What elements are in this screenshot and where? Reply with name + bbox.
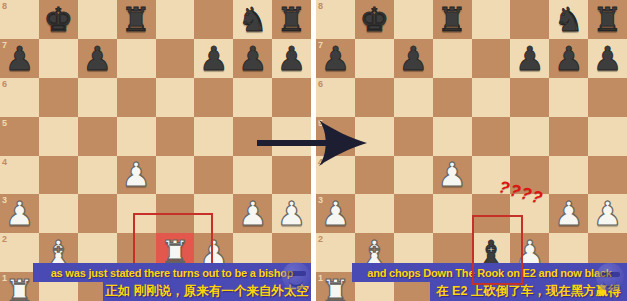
square-f6 xyxy=(194,78,233,117)
square-d5 xyxy=(433,117,472,156)
square-c5 xyxy=(394,117,433,156)
square-b4 xyxy=(39,156,78,195)
square-f8 xyxy=(510,0,549,39)
square-d7 xyxy=(433,39,472,78)
piece-black-pawn-h7: ♟ xyxy=(272,39,311,78)
square-a6: 6 xyxy=(0,78,39,117)
square-c7: ♟ xyxy=(394,39,433,78)
square-e4 xyxy=(156,156,195,195)
square-e8 xyxy=(472,0,511,39)
piece-black-rook-d8: ♜ xyxy=(117,0,156,39)
caption-left-english: as was just stated there turns out to be… xyxy=(33,263,311,282)
emoji-sticker-icon xyxy=(596,263,624,291)
piece-black-pawn-c7: ♟ xyxy=(394,39,433,78)
square-a8: 8 xyxy=(316,0,355,39)
square-d8: ♜ xyxy=(117,0,156,39)
square-e8 xyxy=(156,0,195,39)
piece-black-pawn-g7: ♟ xyxy=(233,39,272,78)
square-h8: ♜ xyxy=(272,0,311,39)
square-c8 xyxy=(78,0,117,39)
square-a1: 1a♜ xyxy=(316,272,355,301)
square-a7: 7♟ xyxy=(0,39,39,78)
square-f4 xyxy=(194,156,233,195)
square-d7 xyxy=(117,39,156,78)
square-e6 xyxy=(472,78,511,117)
rank-label-7: 7 xyxy=(2,40,7,50)
square-e7 xyxy=(472,39,511,78)
square-g6 xyxy=(233,78,272,117)
square-e5 xyxy=(156,117,195,156)
rank-label-7: 7 xyxy=(318,40,323,50)
square-c6 xyxy=(394,78,433,117)
square-f5 xyxy=(194,117,233,156)
annotation-rect-after xyxy=(472,215,523,285)
square-c8 xyxy=(394,0,433,39)
square-e7 xyxy=(156,39,195,78)
square-g5 xyxy=(549,117,588,156)
piece-black-pawn-c7: ♟ xyxy=(78,39,117,78)
square-f6 xyxy=(510,78,549,117)
square-c3 xyxy=(394,194,433,233)
square-f5 xyxy=(510,117,549,156)
square-c5 xyxy=(78,117,117,156)
rank-label-3: 3 xyxy=(318,195,323,205)
square-a2: 2 xyxy=(316,233,355,272)
square-d6 xyxy=(433,78,472,117)
square-h7: ♟ xyxy=(588,39,627,78)
square-b6 xyxy=(39,78,78,117)
square-h3: ♟ xyxy=(588,194,627,233)
square-g3: ♟ xyxy=(549,194,588,233)
piece-black-rook-d8: ♜ xyxy=(433,0,472,39)
square-b5 xyxy=(39,117,78,156)
caption-text: 在 E2 上砍倒了车，现在黑方赢得 xyxy=(436,283,621,300)
square-h5 xyxy=(588,117,627,156)
piece-black-knight-g8: ♞ xyxy=(549,0,588,39)
square-d3 xyxy=(433,194,472,233)
square-b3 xyxy=(355,194,394,233)
emoji-sticker-icon xyxy=(282,262,310,290)
square-c4 xyxy=(78,156,117,195)
square-g4 xyxy=(549,156,588,195)
square-a3: 3♟ xyxy=(0,194,39,233)
piece-white-pawn-g3: ♟ xyxy=(549,194,588,233)
piece-black-knight-g8: ♞ xyxy=(233,0,272,39)
rank-label-8: 8 xyxy=(2,1,7,11)
piece-black-rook-h8: ♜ xyxy=(588,0,627,39)
square-g3: ♟ xyxy=(233,194,272,233)
caption-text: 正如 刚刚说，原来有一个来自外太空 xyxy=(105,283,308,300)
square-a7: 7♟ xyxy=(316,39,355,78)
square-c7: ♟ xyxy=(78,39,117,78)
screenshot-stage: 8♚♜♞♜7♟♟♟♟♟654♟3♟♟♟2♝♜♟1a♜bcdefgh 8♚♜♞♜7… xyxy=(0,0,627,301)
square-a8: 8 xyxy=(0,0,39,39)
piece-white-pawn-g3: ♟ xyxy=(233,194,272,233)
piece-white-pawn-d4: ♟ xyxy=(433,156,472,195)
square-h8: ♜ xyxy=(588,0,627,39)
square-b3 xyxy=(39,194,78,233)
square-c4 xyxy=(394,156,433,195)
square-d5 xyxy=(117,117,156,156)
rank-label-3: 3 xyxy=(2,195,7,205)
square-c6 xyxy=(78,78,117,117)
square-d4: ♟ xyxy=(433,156,472,195)
square-h6 xyxy=(588,78,627,117)
square-c3 xyxy=(78,194,117,233)
square-b7 xyxy=(39,39,78,78)
rank-label-4: 4 xyxy=(2,157,7,167)
caption-left-chinese: 正如 刚刚说，原来有一个来自外太空 xyxy=(103,282,311,301)
rank-label-6: 6 xyxy=(2,79,7,89)
square-d4: ♟ xyxy=(117,156,156,195)
piece-white-pawn-h3: ♟ xyxy=(272,194,311,233)
square-h3: ♟ xyxy=(272,194,311,233)
annotation-rect-before xyxy=(133,213,213,269)
square-a3: 3♟ xyxy=(316,194,355,233)
square-f8 xyxy=(194,0,233,39)
square-g8: ♞ xyxy=(233,0,272,39)
square-g6 xyxy=(549,78,588,117)
rank-label-2: 2 xyxy=(318,234,323,244)
square-b6 xyxy=(355,78,394,117)
square-f7: ♟ xyxy=(510,39,549,78)
piece-black-pawn-g7: ♟ xyxy=(549,39,588,78)
piece-black-pawn-h7: ♟ xyxy=(588,39,627,78)
piece-black-king-b8: ♚ xyxy=(355,0,394,39)
square-b7 xyxy=(355,39,394,78)
piece-white-pawn-h3: ♟ xyxy=(588,194,627,233)
square-d6 xyxy=(117,78,156,117)
square-h6 xyxy=(272,78,311,117)
rank-label-2: 2 xyxy=(2,234,7,244)
piece-black-pawn-f7: ♟ xyxy=(510,39,549,78)
rank-label-6: 6 xyxy=(318,79,323,89)
square-e6 xyxy=(156,78,195,117)
square-b8: ♚ xyxy=(355,0,394,39)
square-a6: 6 xyxy=(316,78,355,117)
square-e5 xyxy=(472,117,511,156)
piece-black-pawn-f7: ♟ xyxy=(194,39,233,78)
square-b8: ♚ xyxy=(39,0,78,39)
square-g8: ♞ xyxy=(549,0,588,39)
square-g7: ♟ xyxy=(549,39,588,78)
right-arrow-icon xyxy=(253,117,375,169)
square-g7: ♟ xyxy=(233,39,272,78)
square-h4 xyxy=(588,156,627,195)
square-h7: ♟ xyxy=(272,39,311,78)
square-f7: ♟ xyxy=(194,39,233,78)
rank-label-8: 8 xyxy=(318,1,323,11)
rank-label-5: 5 xyxy=(2,118,7,128)
rank-label-1: 1 xyxy=(318,273,323,283)
rank-label-1: 1 xyxy=(2,273,7,283)
square-a4: 4 xyxy=(0,156,39,195)
piece-white-pawn-d4: ♟ xyxy=(117,156,156,195)
square-d8: ♜ xyxy=(433,0,472,39)
square-a5: 5 xyxy=(0,117,39,156)
piece-black-rook-h8: ♜ xyxy=(272,0,311,39)
caption-text: as was just stated there turns out to be… xyxy=(51,267,294,279)
piece-black-king-b8: ♚ xyxy=(39,0,78,39)
